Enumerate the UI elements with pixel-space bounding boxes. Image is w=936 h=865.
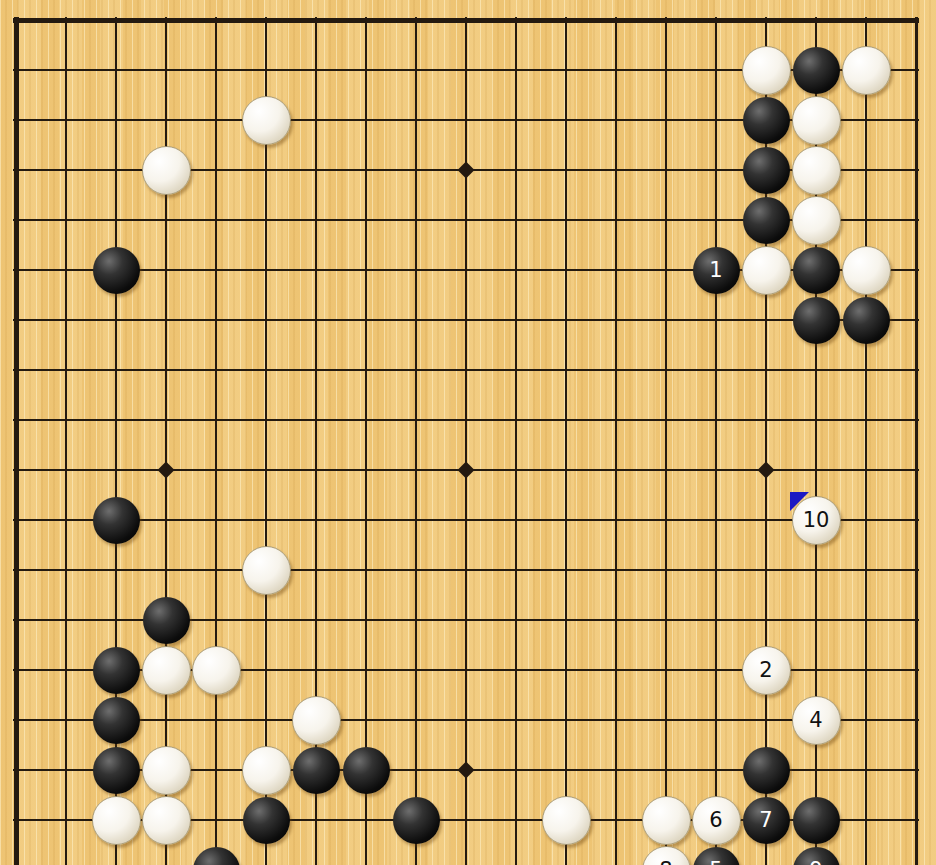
- board-intersection[interactable]: [91, 645, 141, 695]
- move-number-label: 6: [709, 810, 722, 831]
- board-intersection[interactable]: [241, 545, 291, 595]
- board-intersection[interactable]: [791, 45, 841, 95]
- white-stone[interactable]: [92, 796, 141, 845]
- board-intersection[interactable]: [741, 745, 791, 795]
- board-intersection[interactable]: [741, 245, 791, 295]
- board-intersection[interactable]: 10: [791, 495, 841, 545]
- board-intersection[interactable]: [841, 245, 891, 295]
- board-intersection[interactable]: [141, 795, 191, 845]
- black-stone[interactable]: [793, 247, 840, 294]
- white-stone[interactable]: [792, 196, 841, 245]
- board-intersection[interactable]: [841, 295, 891, 345]
- board-intersection[interactable]: [841, 45, 891, 95]
- board-intersection[interactable]: [191, 645, 241, 695]
- move-number-label: 1: [709, 260, 722, 281]
- black-stone[interactable]: [293, 747, 340, 794]
- white-stone[interactable]: [792, 146, 841, 195]
- white-stone[interactable]: [142, 796, 191, 845]
- white-stone[interactable]: [842, 46, 891, 95]
- move-number-label: 8: [659, 860, 672, 865]
- black-stone-move-1[interactable]: 1: [693, 247, 740, 294]
- board-intersection[interactable]: 8: [641, 845, 691, 865]
- board-intersection[interactable]: [141, 645, 191, 695]
- stones-layer: 1102467859: [0, 0, 936, 865]
- board-intersection[interactable]: [791, 145, 841, 195]
- black-stone[interactable]: [793, 297, 840, 344]
- white-stone[interactable]: [742, 246, 791, 295]
- board-intersection[interactable]: [741, 45, 791, 95]
- black-stone[interactable]: [193, 847, 240, 865]
- board-intersection[interactable]: 1: [691, 245, 741, 295]
- white-stone[interactable]: [142, 146, 191, 195]
- board-intersection[interactable]: [791, 95, 841, 145]
- black-stone[interactable]: [93, 747, 140, 794]
- white-stone-move-8[interactable]: 8: [642, 846, 691, 865]
- black-stone[interactable]: [93, 247, 140, 294]
- board-intersection[interactable]: [741, 145, 791, 195]
- board-intersection[interactable]: [91, 795, 141, 845]
- black-stone[interactable]: [143, 597, 190, 644]
- board-intersection[interactable]: [91, 745, 141, 795]
- board-intersection[interactable]: [241, 95, 291, 145]
- board-intersection[interactable]: [241, 795, 291, 845]
- white-stone[interactable]: [642, 796, 691, 845]
- white-stone[interactable]: [292, 696, 341, 745]
- board-intersection[interactable]: [291, 695, 341, 745]
- board-intersection[interactable]: [741, 95, 791, 145]
- white-stone[interactable]: [842, 246, 891, 295]
- white-stone[interactable]: [242, 96, 291, 145]
- black-stone[interactable]: [93, 497, 140, 544]
- board-intersection[interactable]: [541, 795, 591, 845]
- board-intersection[interactable]: 9: [791, 845, 841, 865]
- black-stone[interactable]: [743, 747, 790, 794]
- board-intersection[interactable]: [141, 595, 191, 645]
- board-intersection[interactable]: [791, 245, 841, 295]
- white-stone[interactable]: [542, 796, 591, 845]
- white-stone-move-2[interactable]: 2: [742, 646, 791, 695]
- black-stone[interactable]: [743, 97, 790, 144]
- board-intersection[interactable]: [341, 745, 391, 795]
- board-intersection[interactable]: [91, 495, 141, 545]
- black-stone[interactable]: [743, 197, 790, 244]
- board-intersection[interactable]: 7: [741, 795, 791, 845]
- go-board[interactable]: 1102467859: [0, 0, 936, 865]
- black-stone[interactable]: [793, 797, 840, 844]
- board-intersection[interactable]: 5: [691, 845, 741, 865]
- white-stone[interactable]: [192, 646, 241, 695]
- black-stone[interactable]: [743, 147, 790, 194]
- board-intersection[interactable]: [641, 795, 691, 845]
- move-number-label: 10: [803, 510, 830, 531]
- board-intersection[interactable]: [741, 195, 791, 245]
- board-intersection[interactable]: 2: [741, 645, 791, 695]
- black-stone-move-9[interactable]: 9: [793, 847, 840, 865]
- board-intersection[interactable]: [141, 745, 191, 795]
- board-intersection[interactable]: [191, 845, 241, 865]
- move-number-label: 2: [759, 660, 772, 681]
- white-stone-move-6[interactable]: 6: [692, 796, 741, 845]
- board-intersection[interactable]: [791, 195, 841, 245]
- black-stone-move-7[interactable]: 7: [743, 797, 790, 844]
- white-stone[interactable]: [792, 96, 841, 145]
- board-intersection[interactable]: [241, 745, 291, 795]
- move-number-label: 5: [709, 860, 722, 865]
- black-stone[interactable]: [393, 797, 440, 844]
- move-number-label: 4: [809, 710, 822, 731]
- black-stone[interactable]: [343, 747, 390, 794]
- white-stone[interactable]: [142, 746, 191, 795]
- black-stone-move-5[interactable]: 5: [693, 847, 740, 865]
- board-intersection[interactable]: [91, 245, 141, 295]
- black-stone[interactable]: [843, 297, 890, 344]
- white-stone[interactable]: [742, 46, 791, 95]
- black-stone[interactable]: [93, 647, 140, 694]
- board-intersection[interactable]: [391, 795, 441, 845]
- white-stone[interactable]: [242, 546, 291, 595]
- board-intersection[interactable]: [791, 295, 841, 345]
- board-intersection[interactable]: [91, 695, 141, 745]
- board-intersection[interactable]: 4: [791, 695, 841, 745]
- board-intersection[interactable]: [291, 745, 341, 795]
- board-intersection[interactable]: [791, 795, 841, 845]
- board-intersection[interactable]: [141, 145, 191, 195]
- white-stone[interactable]: [242, 746, 291, 795]
- move-number-label: 7: [759, 810, 772, 831]
- black-stone[interactable]: [793, 47, 840, 94]
- board-intersection[interactable]: 6: [691, 795, 741, 845]
- black-stone[interactable]: [93, 697, 140, 744]
- white-stone[interactable]: [142, 646, 191, 695]
- black-stone[interactable]: [243, 797, 290, 844]
- white-stone-move-10[interactable]: 10: [792, 496, 841, 545]
- move-number-label: 9: [809, 860, 822, 865]
- white-stone-move-4[interactable]: 4: [792, 696, 841, 745]
